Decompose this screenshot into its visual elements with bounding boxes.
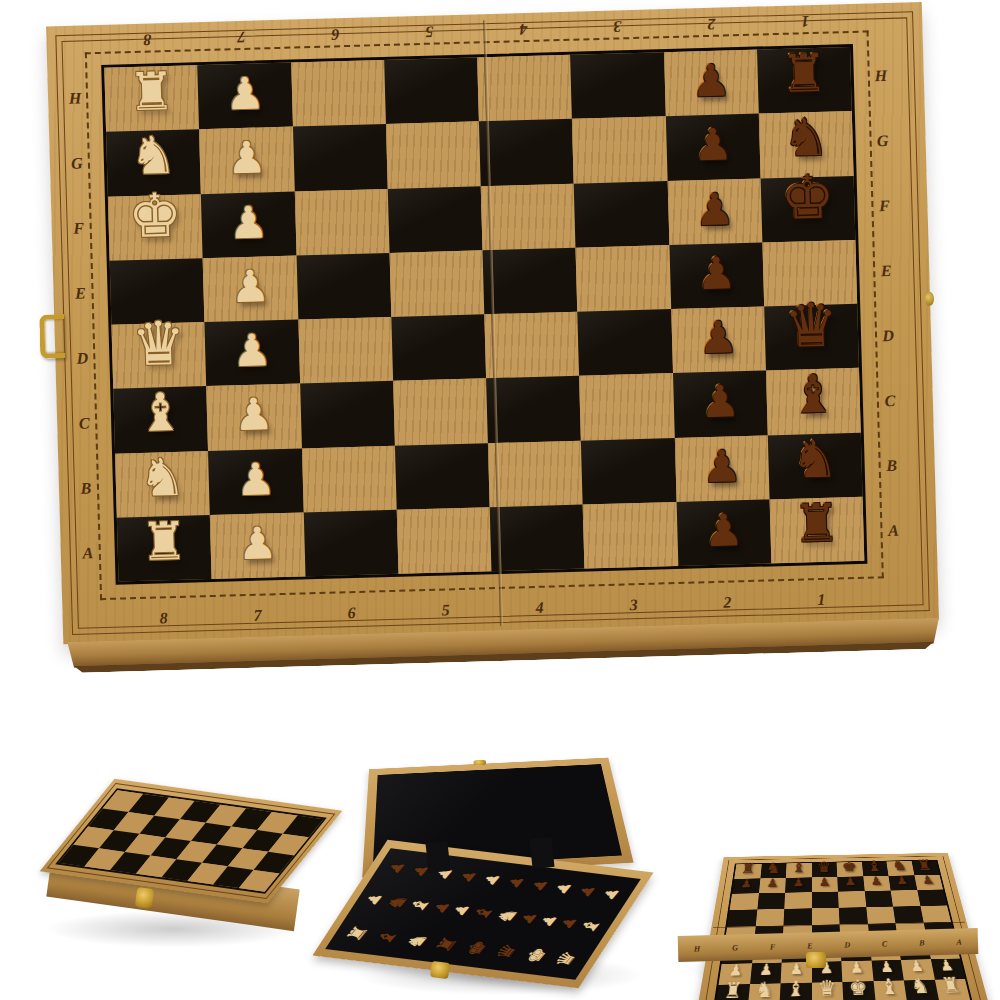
open-box-strap-right bbox=[529, 837, 554, 869]
square-a2: ♟ bbox=[676, 499, 771, 566]
piece-light-queen: ♛ bbox=[131, 313, 186, 374]
angled-square: ♟ bbox=[732, 878, 760, 894]
rank-label-bottom-3: 3 bbox=[586, 593, 681, 618]
square-f3 bbox=[574, 181, 669, 248]
file-label-left-G: G bbox=[65, 130, 89, 196]
square-e3 bbox=[576, 245, 671, 312]
piece-light-bishop: ♝ bbox=[137, 386, 185, 439]
piece-dark-bishop: ♝ bbox=[789, 368, 837, 421]
piece-light-pawn: ♟ bbox=[235, 457, 276, 502]
angled-square bbox=[755, 909, 784, 927]
piece-dark-knight: ♞ bbox=[782, 111, 830, 164]
piece-light-king: ♚ bbox=[127, 184, 182, 245]
file-label-right-E: E bbox=[874, 238, 898, 304]
square-b5 bbox=[395, 443, 490, 510]
angled-piece-light-king: ♚ bbox=[849, 977, 869, 999]
square-d3 bbox=[578, 309, 673, 376]
stored-piece-dark-rook: ♜ bbox=[433, 934, 463, 955]
angled-square: ♚ bbox=[842, 981, 875, 1000]
square-a4 bbox=[490, 504, 585, 571]
piece-light-pawn: ♟ bbox=[228, 200, 269, 245]
stored-piece-light-king: ♚ bbox=[522, 945, 552, 966]
angled-square: ♛ bbox=[811, 982, 843, 1000]
file-label-left-F: F bbox=[67, 195, 91, 261]
rank-label-top-8: 8 bbox=[100, 28, 195, 51]
square-b3 bbox=[581, 438, 676, 505]
closed-box-checker bbox=[55, 788, 327, 894]
open-box-clasp-icon bbox=[430, 961, 450, 979]
angled-front-label-F: F bbox=[770, 942, 776, 951]
angled-front-label-D: D bbox=[844, 940, 850, 949]
square-g3 bbox=[572, 116, 667, 183]
angled-square: ♞ bbox=[747, 983, 780, 1000]
rank-label-top-7: 7 bbox=[194, 26, 289, 49]
piece-light-rook: ♜ bbox=[128, 65, 176, 118]
angled-piece-dark-pawn: ♟ bbox=[819, 876, 831, 888]
angled-piece-dark-pawn: ♟ bbox=[766, 878, 778, 890]
rank-label-bottom-2: 2 bbox=[680, 590, 775, 615]
stored-piece-light-pawn: ♟ bbox=[481, 871, 504, 887]
angled-piece-dark-bishop: ♝ bbox=[791, 861, 806, 875]
rank-label-bottom-1: 1 bbox=[774, 588, 869, 613]
angled-square: ♟ bbox=[863, 876, 891, 891]
angled-square bbox=[893, 906, 923, 923]
piece-dark-queen: ♛ bbox=[783, 295, 838, 356]
angled-piece-dark-pawn: ♟ bbox=[740, 878, 753, 890]
square-g5 bbox=[386, 122, 481, 189]
thumbnail-open-box: ♟♟♟♟♟♟♟♟♟♟♟♞♝♟♟♝♞♟♟♟♝♜♝♞♜♚♛♚♛ bbox=[335, 700, 665, 1000]
file-label-left-A: A bbox=[76, 520, 100, 586]
square-e7: ♟ bbox=[203, 255, 298, 322]
square-a6 bbox=[303, 510, 398, 577]
square-c8: ♝ bbox=[113, 386, 208, 453]
angled-front-label-H: H bbox=[694, 944, 700, 953]
angled-square bbox=[839, 907, 868, 924]
piece-light-knight: ♞ bbox=[138, 450, 186, 503]
square-b1: ♞ bbox=[768, 432, 863, 499]
stored-piece-dark-pawn: ♟ bbox=[505, 874, 528, 890]
stored-piece-dark-pawn: ♟ bbox=[457, 868, 480, 884]
square-c5 bbox=[393, 379, 488, 446]
piece-light-pawn: ♟ bbox=[226, 136, 267, 181]
piece-light-pawn: ♟ bbox=[232, 328, 273, 373]
angled-board: ♜♞♝♛♚♝♞♜♟♟♟♟♟♟♟♟♟♟♟♟♟♟♟♟♜♞♝♛♚♝♞♜ bbox=[695, 853, 991, 1000]
angled-piece-dark-queen: ♛ bbox=[817, 860, 832, 874]
piece-dark-pawn: ♟ bbox=[703, 508, 744, 553]
angled-board-clasp-icon bbox=[806, 952, 826, 968]
piece-dark-rook: ♜ bbox=[780, 47, 828, 100]
square-e4 bbox=[483, 247, 578, 314]
piece-dark-pawn: ♟ bbox=[694, 187, 735, 232]
angled-piece-light-bishop: ♝ bbox=[786, 979, 805, 1000]
angled-square bbox=[917, 889, 947, 905]
file-label-right-A: A bbox=[882, 498, 906, 564]
brass-latch-left-icon bbox=[39, 314, 65, 359]
rank-labels-top: 87654321 bbox=[100, 10, 852, 51]
square-f4 bbox=[481, 183, 576, 250]
piece-light-rook: ♜ bbox=[140, 515, 188, 568]
piece-dark-king: ♚ bbox=[780, 166, 835, 227]
square-g4 bbox=[479, 119, 574, 186]
board-squares: ♜♟♟♜♞♟♟♞♚♟♟♚♟♟♛♟♟♛♝♟♟♝♞♟♟♞♜♟♟♜ bbox=[101, 44, 867, 585]
angled-front-label-G: G bbox=[732, 943, 738, 952]
angled-piece-dark-pawn: ♟ bbox=[870, 875, 883, 887]
square-f6 bbox=[294, 188, 389, 255]
file-label-left-B: B bbox=[74, 455, 98, 521]
square-c6 bbox=[300, 381, 395, 448]
angled-piece-dark-rook: ♜ bbox=[740, 862, 756, 876]
piece-dark-pawn: ♟ bbox=[691, 58, 732, 103]
angled-square bbox=[866, 906, 896, 923]
angled-front-label-C: C bbox=[882, 939, 888, 948]
square-c7: ♟ bbox=[206, 384, 301, 451]
file-labels-left: HGFEDCBA bbox=[63, 65, 100, 585]
angled-piece-light-knight: ♞ bbox=[910, 976, 932, 998]
square-f1: ♚ bbox=[760, 175, 855, 242]
rank-label-bottom-6: 6 bbox=[304, 601, 399, 626]
main-board-wrap: HGFEDCBA HGFEDCBA 87654321 87654321 ♜♟♟♜… bbox=[46, 2, 944, 676]
rank-label-top-4: 4 bbox=[476, 18, 571, 41]
angled-piece-light-rook: ♜ bbox=[940, 975, 963, 997]
stored-piece-dark-pawn: ♟ bbox=[386, 859, 409, 875]
square-c4 bbox=[486, 376, 581, 443]
stored-piece-dark-pawn: ♟ bbox=[529, 877, 552, 893]
piece-dark-pawn: ♟ bbox=[701, 444, 742, 489]
square-b4 bbox=[488, 440, 583, 507]
square-h6 bbox=[291, 60, 386, 127]
square-d8: ♛ bbox=[111, 322, 206, 389]
angled-square: ♞ bbox=[904, 979, 939, 1000]
angled-piece-dark-knight: ♞ bbox=[891, 859, 908, 873]
rank-label-top-1: 1 bbox=[758, 10, 853, 33]
piece-dark-knight: ♞ bbox=[791, 432, 839, 485]
open-box-lid-latch-icon bbox=[473, 760, 486, 765]
square-c3 bbox=[579, 373, 674, 440]
closed-box-clasp-icon bbox=[135, 887, 155, 909]
square-g2: ♟ bbox=[665, 114, 760, 181]
angled-piece-dark-pawn: ♟ bbox=[844, 876, 856, 888]
square-b8: ♞ bbox=[115, 451, 210, 518]
angled-square: ♜ bbox=[715, 984, 749, 1000]
rank-label-top-2: 2 bbox=[664, 13, 759, 36]
angled-square: ♝ bbox=[873, 980, 907, 1000]
square-c2: ♟ bbox=[673, 371, 768, 438]
file-label-right-H: H bbox=[869, 43, 893, 109]
file-label-left-E: E bbox=[69, 260, 93, 326]
square-f5 bbox=[388, 186, 483, 253]
angled-square: ♟ bbox=[837, 876, 864, 891]
angled-piece-light-queen: ♛ bbox=[818, 978, 837, 1000]
angled-square bbox=[812, 892, 839, 908]
square-h1: ♜ bbox=[757, 47, 852, 114]
piece-light-pawn: ♟ bbox=[225, 71, 266, 116]
square-g7: ♟ bbox=[199, 127, 294, 194]
file-label-left-H: H bbox=[63, 65, 87, 131]
square-d5 bbox=[391, 314, 486, 381]
piece-light-knight: ♞ bbox=[129, 129, 177, 182]
angled-front-label-B: B bbox=[919, 938, 925, 947]
rank-label-bottom-8: 8 bbox=[116, 606, 211, 631]
piece-dark-rook: ♜ bbox=[793, 496, 841, 549]
square-h4 bbox=[477, 55, 572, 122]
open-box-strap-left bbox=[425, 841, 450, 873]
angled-piece-dark-pawn: ♟ bbox=[896, 875, 909, 887]
rank-label-bottom-5: 5 bbox=[398, 598, 493, 623]
stored-piece-light-knight: ♞ bbox=[403, 930, 433, 951]
angled-piece-dark-pawn: ♟ bbox=[793, 877, 805, 889]
square-a3 bbox=[583, 502, 678, 569]
angled-piece-dark-knight: ♞ bbox=[766, 861, 782, 875]
rank-label-bottom-7: 7 bbox=[210, 603, 305, 628]
angled-piece-light-pawn: ♟ bbox=[789, 962, 803, 978]
file-label-right-B: B bbox=[880, 433, 904, 499]
piece-dark-pawn: ♟ bbox=[700, 380, 741, 425]
angled-square bbox=[864, 891, 893, 907]
angled-piece-light-pawn: ♟ bbox=[879, 960, 894, 976]
open-box-stored-pieces: ♟♟♟♟♟♟♟♟♟♟♟♞♝♟♟♝♞♟♟♟♝♜♝♞♜♚♛♚♛ bbox=[325, 848, 641, 979]
angled-front-label-A: A bbox=[956, 937, 962, 946]
angled-square: ♟ bbox=[812, 877, 838, 893]
file-label-right-D: D bbox=[876, 303, 900, 369]
square-a8: ♜ bbox=[117, 515, 212, 582]
angled-square bbox=[757, 893, 785, 910]
angled-square bbox=[730, 893, 759, 910]
angled-square: ♟ bbox=[785, 877, 811, 893]
angled-square bbox=[891, 890, 920, 906]
angled-square bbox=[784, 892, 811, 908]
square-f7: ♟ bbox=[201, 191, 296, 258]
square-d1: ♛ bbox=[764, 304, 859, 371]
square-a5 bbox=[396, 507, 491, 574]
angled-piece-light-rook: ♜ bbox=[723, 980, 744, 1000]
stored-piece-light-rook: ♜ bbox=[343, 923, 373, 944]
file-label-left-D: D bbox=[70, 325, 94, 391]
square-h7: ♟ bbox=[197, 63, 292, 130]
file-labels-right: HGFEDCBA bbox=[869, 43, 906, 563]
angled-square: ♜ bbox=[934, 979, 970, 1000]
chess-board-main: HGFEDCBA HGFEDCBA 87654321 87654321 ♜♟♟♜… bbox=[46, 2, 939, 644]
angled-piece-light-bishop: ♝ bbox=[879, 977, 900, 999]
square-f2: ♟ bbox=[667, 178, 762, 245]
angled-square: ♝ bbox=[780, 982, 812, 1000]
piece-dark-pawn: ♟ bbox=[696, 251, 737, 296]
square-d4 bbox=[484, 312, 579, 379]
square-h2: ♟ bbox=[664, 50, 759, 117]
file-label-right-F: F bbox=[873, 173, 897, 239]
stored-piece-dark-king: ♚ bbox=[462, 937, 492, 958]
angled-square: ♟ bbox=[888, 875, 916, 890]
square-a1: ♜ bbox=[769, 497, 864, 564]
angled-piece-dark-pawn: ♟ bbox=[921, 874, 935, 885]
piece-dark-pawn: ♟ bbox=[692, 123, 733, 168]
angled-square bbox=[783, 908, 811, 925]
stored-piece-light-bishop: ♝ bbox=[577, 915, 607, 936]
square-e2: ♟ bbox=[669, 242, 764, 309]
piece-dark-pawn: ♟ bbox=[698, 315, 739, 360]
square-e5 bbox=[389, 250, 484, 317]
file-label-right-G: G bbox=[871, 108, 895, 174]
stored-piece-dark-pawn: ♟ bbox=[576, 882, 599, 898]
square-b2: ♟ bbox=[674, 435, 769, 502]
file-label-left-C: C bbox=[72, 390, 96, 456]
stored-piece-dark-bishop: ♝ bbox=[373, 926, 403, 947]
stored-piece-light-pawn: ♟ bbox=[553, 880, 576, 896]
thumbnail-angled-board: ♜♞♝♛♚♝♞♜♟♟♟♟♟♟♟♟♟♟♟♟♟♟♟♟♜♞♝♛♚♝♞♜ HGFEDCB… bbox=[660, 730, 995, 990]
square-h8: ♜ bbox=[104, 65, 199, 132]
square-a7: ♟ bbox=[210, 512, 305, 579]
angled-piece-dark-bishop: ♝ bbox=[866, 859, 882, 873]
stored-piece-light-pawn: ♟ bbox=[600, 885, 623, 901]
rank-label-top-3: 3 bbox=[570, 15, 665, 38]
square-b6 bbox=[301, 445, 396, 512]
square-d6 bbox=[298, 317, 393, 384]
square-d2: ♟ bbox=[671, 306, 766, 373]
thumbnail-closed-box bbox=[18, 780, 328, 980]
square-e6 bbox=[296, 253, 391, 320]
stored-piece-light-queen: ♛ bbox=[552, 948, 582, 969]
square-g6 bbox=[292, 124, 387, 191]
angled-piece-light-pawn: ♟ bbox=[759, 962, 774, 978]
angled-square bbox=[838, 891, 866, 907]
rank-label-top-6: 6 bbox=[288, 23, 383, 46]
angled-piece-light-pawn: ♟ bbox=[850, 960, 864, 976]
square-b7: ♟ bbox=[208, 448, 303, 515]
product-photo-wooden-chess-set: { "game": "chess", "position": "RNBQ1KNR… bbox=[0, 0, 1000, 1000]
stored-piece-dark-queen: ♛ bbox=[492, 941, 522, 962]
angled-square bbox=[727, 909, 757, 927]
angled-square: ♟ bbox=[759, 878, 786, 894]
square-h5 bbox=[384, 57, 479, 124]
square-f8: ♚ bbox=[108, 194, 203, 261]
angled-piece-light-pawn: ♟ bbox=[728, 963, 743, 979]
angled-piece-dark-rook: ♜ bbox=[916, 858, 934, 872]
angled-piece-dark-king: ♚ bbox=[842, 860, 858, 874]
piece-light-pawn: ♟ bbox=[234, 393, 275, 438]
piece-light-pawn: ♟ bbox=[230, 264, 271, 309]
angled-piece-light-knight: ♞ bbox=[755, 979, 775, 1000]
square-c1: ♝ bbox=[766, 368, 861, 435]
piece-light-pawn: ♟ bbox=[237, 521, 278, 566]
rank-label-bottom-4: 4 bbox=[492, 596, 587, 621]
square-d7: ♟ bbox=[205, 319, 300, 386]
angled-piece-light-pawn: ♟ bbox=[909, 959, 925, 975]
file-label-right-C: C bbox=[878, 368, 902, 434]
angled-front-label-E: E bbox=[807, 941, 813, 950]
square-h3 bbox=[570, 52, 665, 119]
angled-square bbox=[920, 905, 951, 922]
brass-hinge-pin-right-icon bbox=[925, 292, 934, 306]
rank-label-top-5: 5 bbox=[382, 20, 477, 43]
angled-square bbox=[812, 907, 840, 924]
angled-piece-light-pawn: ♟ bbox=[939, 958, 956, 974]
angled-square: ♟ bbox=[914, 875, 943, 890]
